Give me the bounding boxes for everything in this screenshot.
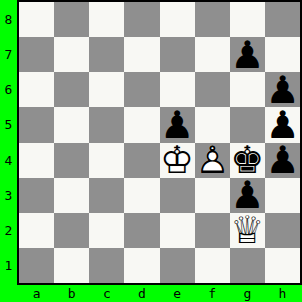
file-labels: abcdefgh: [19, 285, 300, 302]
square-d1[interactable]: [124, 248, 159, 283]
square-g2[interactable]: ♛♕: [230, 213, 265, 248]
file-label-h: h: [265, 285, 300, 302]
white-king-outline-glyph: ♔: [160, 143, 195, 178]
square-h6[interactable]: ♟: [265, 72, 300, 107]
black-pawn-glyph: ♟: [265, 143, 300, 178]
black-pawn-h5[interactable]: ♟: [265, 107, 300, 142]
square-d4[interactable]: [124, 143, 159, 178]
square-d8[interactable]: [124, 2, 159, 37]
square-a3[interactable]: [19, 178, 54, 213]
square-d3[interactable]: [124, 178, 159, 213]
black-pawn-glyph: ♟: [265, 72, 300, 107]
square-e3[interactable]: [160, 178, 195, 213]
black-pawn-glyph: ♟: [230, 178, 265, 213]
square-a1[interactable]: [19, 248, 54, 283]
white-queen-outline-glyph: ♕: [230, 213, 265, 248]
square-h2[interactable]: [265, 213, 300, 248]
square-c2[interactable]: [89, 213, 124, 248]
square-d2[interactable]: [124, 213, 159, 248]
square-f1[interactable]: [195, 248, 230, 283]
square-a8[interactable]: [19, 2, 54, 37]
black-pawn-glyph: ♟: [230, 37, 265, 72]
square-f7[interactable]: [195, 37, 230, 72]
white-pawn-f4[interactable]: ♟♙: [195, 143, 230, 178]
square-f4[interactable]: ♟♙: [195, 143, 230, 178]
square-g7[interactable]: ♟: [230, 37, 265, 72]
square-a5[interactable]: [19, 107, 54, 142]
board-frame: ♟♟♟♟♚♔♟♙♚♟♟♛♕: [17, 0, 302, 285]
square-g8[interactable]: [230, 2, 265, 37]
square-g5[interactable]: [230, 107, 265, 142]
rank-labels: 87654321: [0, 2, 17, 283]
square-f5[interactable]: [195, 107, 230, 142]
black-pawn-g3[interactable]: ♟: [230, 178, 265, 213]
square-c7[interactable]: [89, 37, 124, 72]
file-label-g: g: [230, 285, 265, 302]
rank-label-7: 7: [0, 37, 17, 72]
rank-label-6: 6: [0, 72, 17, 107]
square-h1[interactable]: [265, 248, 300, 283]
black-pawn-g7[interactable]: ♟: [230, 37, 265, 72]
black-pawn-h6[interactable]: ♟: [265, 72, 300, 107]
black-pawn-glyph: ♟: [160, 107, 195, 142]
square-e1[interactable]: [160, 248, 195, 283]
chess-diagram: 87654321 abcdefgh ♟♟♟♟♚♔♟♙♚♟♟♛♕: [0, 0, 302, 302]
square-b4[interactable]: [54, 143, 89, 178]
rank-label-3: 3: [0, 178, 17, 213]
square-f3[interactable]: [195, 178, 230, 213]
rank-label-4: 4: [0, 143, 17, 178]
file-label-f: f: [195, 285, 230, 302]
rank-label-2: 2: [0, 213, 17, 248]
square-a6[interactable]: [19, 72, 54, 107]
square-f8[interactable]: [195, 2, 230, 37]
square-b6[interactable]: [54, 72, 89, 107]
square-e6[interactable]: [160, 72, 195, 107]
square-g6[interactable]: [230, 72, 265, 107]
square-b2[interactable]: [54, 213, 89, 248]
square-d5[interactable]: [124, 107, 159, 142]
square-b5[interactable]: [54, 107, 89, 142]
rank-label-5: 5: [0, 107, 17, 142]
square-c8[interactable]: [89, 2, 124, 37]
square-d6[interactable]: [124, 72, 159, 107]
black-pawn-e5[interactable]: ♟: [160, 107, 195, 142]
square-g3[interactable]: ♟: [230, 178, 265, 213]
rank-coordinate-strip: 87654321: [0, 0, 17, 302]
square-e2[interactable]: [160, 213, 195, 248]
file-label-d: d: [124, 285, 159, 302]
chess-board[interactable]: ♟♟♟♟♚♔♟♙♚♟♟♛♕: [19, 2, 300, 283]
black-pawn-glyph: ♟: [265, 107, 300, 142]
white-queen-glyph: ♛: [230, 213, 265, 248]
white-pawn-glyph: ♟: [195, 143, 230, 178]
file-label-e: e: [160, 285, 195, 302]
file-label-a: a: [19, 285, 54, 302]
square-c3[interactable]: [89, 178, 124, 213]
file-coordinate-strip: abcdefgh: [0, 285, 302, 302]
square-c1[interactable]: [89, 248, 124, 283]
square-c5[interactable]: [89, 107, 124, 142]
square-h8[interactable]: [265, 2, 300, 37]
square-h7[interactable]: [265, 37, 300, 72]
black-king-glyph: ♚: [230, 143, 265, 178]
square-a7[interactable]: [19, 37, 54, 72]
square-a2[interactable]: [19, 213, 54, 248]
square-c4[interactable]: [89, 143, 124, 178]
square-b3[interactable]: [54, 178, 89, 213]
square-a4[interactable]: [19, 143, 54, 178]
square-d7[interactable]: [124, 37, 159, 72]
white-pawn-outline-glyph: ♙: [195, 143, 230, 178]
square-e8[interactable]: [160, 2, 195, 37]
file-label-b: b: [54, 285, 89, 302]
square-h3[interactable]: [265, 178, 300, 213]
square-h5[interactable]: ♟: [265, 107, 300, 142]
black-king-g4[interactable]: ♚: [230, 143, 265, 178]
square-c6[interactable]: [89, 72, 124, 107]
square-b1[interactable]: [54, 248, 89, 283]
file-label-c: c: [89, 285, 124, 302]
square-e4[interactable]: ♚♔: [160, 143, 195, 178]
square-g1[interactable]: [230, 248, 265, 283]
white-king-glyph: ♚: [160, 143, 195, 178]
black-pawn-h4[interactable]: ♟: [265, 143, 300, 178]
square-e7[interactable]: [160, 37, 195, 72]
square-g4[interactable]: ♚: [230, 143, 265, 178]
square-b7[interactable]: [54, 37, 89, 72]
rank-label-8: 8: [0, 2, 17, 37]
white-queen-g2[interactable]: ♛♕: [230, 213, 265, 248]
rank-label-1: 1: [0, 248, 17, 283]
square-f2[interactable]: [195, 213, 230, 248]
square-h4[interactable]: ♟: [265, 143, 300, 178]
square-b8[interactable]: [54, 2, 89, 37]
white-king-e4[interactable]: ♚♔: [160, 143, 195, 178]
square-e5[interactable]: ♟: [160, 107, 195, 142]
square-f6[interactable]: [195, 72, 230, 107]
